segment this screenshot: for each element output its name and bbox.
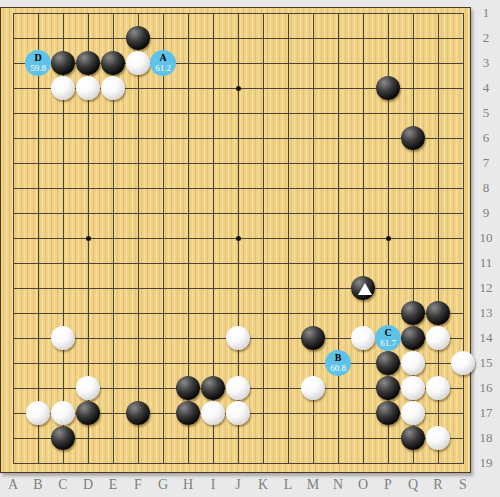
suggestion-winrate: 61.7 (380, 339, 396, 348)
suggested-move-A[interactable]: A61.2 (150, 50, 176, 76)
column-label-G: G (151, 477, 175, 493)
stone-white-O14 (351, 326, 375, 350)
stone-white-R18 (426, 426, 450, 450)
column-label-H: H (176, 477, 200, 493)
stone-black-F17 (126, 401, 150, 425)
suggested-move-B[interactable]: B60.8 (325, 350, 351, 376)
stone-white-C4 (51, 76, 75, 100)
stone-white-R14 (426, 326, 450, 350)
star-point-J10 (236, 236, 241, 241)
stone-black-H17 (176, 401, 200, 425)
column-label-J: J (226, 477, 250, 493)
stone-black-F2 (126, 26, 150, 50)
stone-white-C17 (51, 401, 75, 425)
grid-line (288, 13, 289, 464)
grid-line (338, 13, 339, 464)
column-label-A: A (1, 477, 25, 493)
grid-line (13, 263, 464, 264)
suggested-move-C[interactable]: C61.7 (375, 325, 401, 351)
star-point-D10 (86, 236, 91, 241)
row-label-17: 17 (473, 406, 499, 420)
row-label-9: 9 (473, 206, 499, 220)
row-label-8: 8 (473, 181, 499, 195)
column-label-F: F (126, 477, 150, 493)
stone-black-D3 (76, 51, 100, 75)
row-label-2: 2 (473, 31, 499, 45)
grid-line (13, 438, 464, 439)
column-label-E: E (101, 477, 125, 493)
column-label-K: K (251, 477, 275, 493)
column-label-L: L (276, 477, 300, 493)
stone-black-Q6 (401, 126, 425, 150)
stone-black-P4 (376, 76, 400, 100)
stone-black-P17 (376, 401, 400, 425)
stone-black-Q13 (401, 301, 425, 325)
row-label-18: 18 (473, 431, 499, 445)
stone-white-S15 (451, 351, 475, 375)
stone-black-M14 (301, 326, 325, 350)
grid-line (463, 13, 464, 464)
grid-line (13, 313, 464, 314)
stone-black-E3 (101, 51, 125, 75)
suggestion-letter: C (384, 328, 391, 338)
stone-black-H16 (176, 376, 200, 400)
column-label-N: N (326, 477, 350, 493)
stone-black-P15 (376, 351, 400, 375)
suggestion-winrate: 61.2 (155, 64, 171, 73)
stone-white-J17 (226, 401, 250, 425)
suggestion-winrate: 60.8 (330, 364, 346, 373)
column-label-O: O (351, 477, 375, 493)
grid-line (363, 13, 364, 464)
column-label-C: C (51, 477, 75, 493)
stone-white-Q15 (401, 351, 425, 375)
star-point-P10 (386, 236, 391, 241)
stone-black-R13 (426, 301, 450, 325)
stone-white-Q17 (401, 401, 425, 425)
stone-white-F3 (126, 51, 150, 75)
stone-white-D16 (76, 376, 100, 400)
last-move-triangle-icon (358, 283, 372, 295)
suggested-move-D[interactable]: D59.8 (25, 50, 51, 76)
stone-white-B17 (26, 401, 50, 425)
column-label-D: D (76, 477, 100, 493)
column-label-M: M (301, 477, 325, 493)
stone-black-I16 (201, 376, 225, 400)
column-label-R: R (426, 477, 450, 493)
stone-black-C3 (51, 51, 75, 75)
row-label-7: 7 (473, 156, 499, 170)
row-label-4: 4 (473, 81, 499, 95)
go-app-screen: A61.2B60.8C61.7D59.8 ABCDEFGHIJKLMNOPQRS… (0, 0, 500, 497)
row-label-19: 19 (473, 456, 499, 470)
stone-black-C18 (51, 426, 75, 450)
suggestion-letter: B (335, 353, 342, 363)
column-label-B: B (26, 477, 50, 493)
stone-black-P16 (376, 376, 400, 400)
column-label-I: I (201, 477, 225, 493)
stone-white-E4 (101, 76, 125, 100)
column-label-P: P (376, 477, 400, 493)
stone-black-D17 (76, 401, 100, 425)
stone-white-R16 (426, 376, 450, 400)
row-label-1: 1 (473, 6, 499, 20)
stone-white-J16 (226, 376, 250, 400)
row-label-12: 12 (473, 281, 499, 295)
row-label-3: 3 (473, 56, 499, 70)
column-label-Q: Q (401, 477, 425, 493)
suggestion-letter: D (34, 53, 41, 63)
grid-line (13, 463, 464, 464)
grid-line (13, 288, 464, 289)
row-label-11: 11 (473, 256, 499, 270)
column-label-S: S (451, 477, 475, 493)
row-label-14: 14 (473, 331, 499, 345)
row-label-10: 10 (473, 231, 499, 245)
row-label-16: 16 (473, 381, 499, 395)
grid-line (263, 13, 264, 464)
stone-white-Q16 (401, 376, 425, 400)
stone-black-Q18 (401, 426, 425, 450)
row-label-13: 13 (473, 306, 499, 320)
star-point-J4 (236, 86, 241, 91)
row-label-5: 5 (473, 106, 499, 120)
stone-white-M16 (301, 376, 325, 400)
row-label-15: 15 (473, 356, 499, 370)
stone-white-C14 (51, 326, 75, 350)
suggestion-letter: A (159, 53, 166, 63)
stone-white-J14 (226, 326, 250, 350)
stone-white-I17 (201, 401, 225, 425)
goban-board[interactable]: A61.2B60.8C61.7D59.8 (0, 7, 471, 473)
row-label-6: 6 (473, 131, 499, 145)
suggestion-winrate: 59.8 (30, 64, 46, 73)
stone-black-Q14 (401, 326, 425, 350)
stone-white-D4 (76, 76, 100, 100)
